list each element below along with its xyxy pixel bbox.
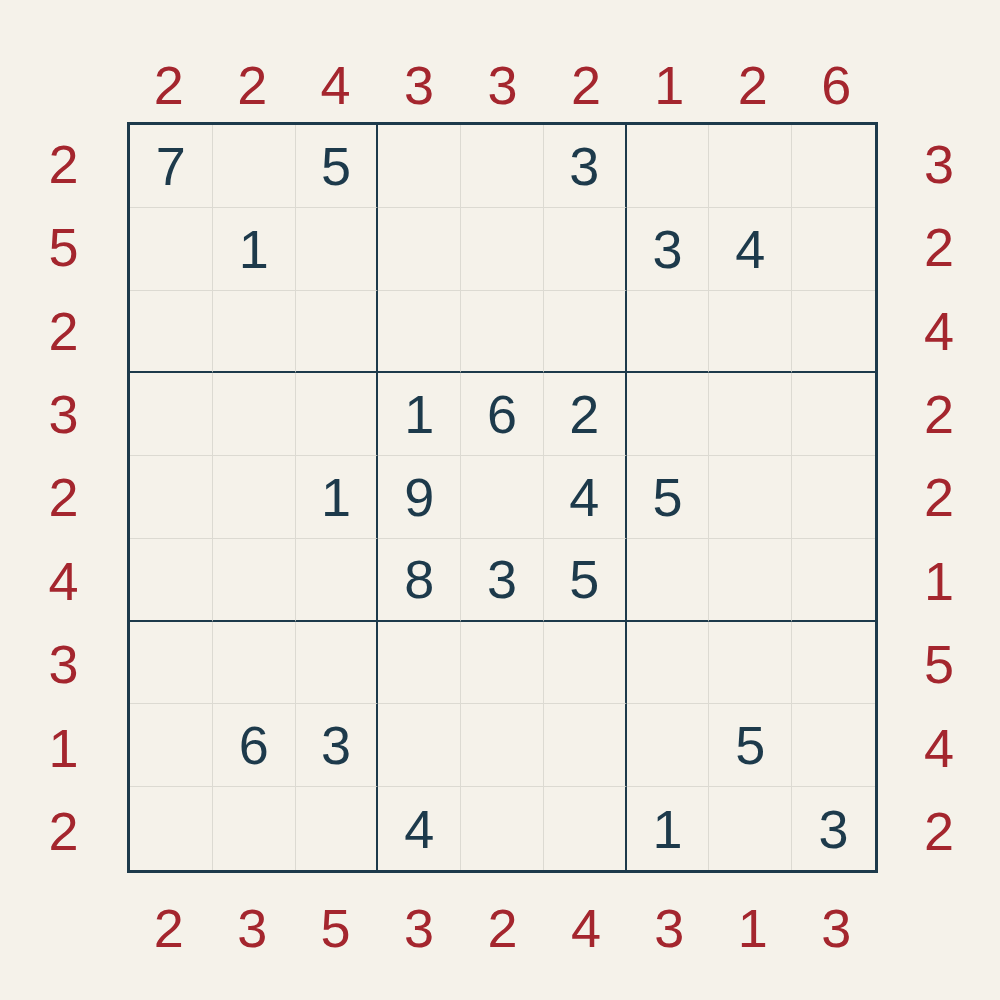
cell-r1c1[interactable]: 7 — [130, 125, 213, 208]
cell-r3c7[interactable] — [627, 291, 710, 374]
clue-bottom-1: 2 — [127, 901, 210, 955]
cell-r2c6[interactable] — [544, 208, 627, 291]
cell-r5c1[interactable] — [130, 456, 213, 539]
cell-r6c2[interactable] — [213, 539, 296, 622]
clue-top-3: 4 — [294, 58, 377, 112]
cell-r7c9[interactable] — [792, 622, 875, 705]
clue-top-8: 2 — [711, 58, 794, 112]
cell-r1c9[interactable] — [792, 125, 875, 208]
clue-right-1: 3 — [878, 122, 1000, 205]
cell-r6c7[interactable] — [627, 539, 710, 622]
sudoku-board: 7531341621945835635413 — [127, 122, 878, 873]
cell-r3c3[interactable] — [296, 291, 379, 374]
cell-r6c3[interactable] — [296, 539, 379, 622]
cell-r9c4[interactable]: 4 — [378, 787, 461, 870]
cell-r1c8[interactable] — [709, 125, 792, 208]
cell-r7c5[interactable] — [461, 622, 544, 705]
clue-bottom-5: 2 — [461, 901, 544, 955]
clue-top-5: 3 — [461, 58, 544, 112]
cell-r2c4[interactable] — [378, 208, 461, 291]
cell-r8c1[interactable] — [130, 704, 213, 787]
cell-r9c7[interactable]: 1 — [627, 787, 710, 870]
clues-right: 324221542 — [878, 122, 1000, 873]
cell-r9c9[interactable]: 3 — [792, 787, 875, 870]
cell-r1c6[interactable]: 3 — [544, 125, 627, 208]
cell-r4c1[interactable] — [130, 373, 213, 456]
cell-r7c3[interactable] — [296, 622, 379, 705]
cell-r8c6[interactable] — [544, 704, 627, 787]
cell-r7c8[interactable] — [709, 622, 792, 705]
cell-r7c1[interactable] — [130, 622, 213, 705]
clue-top-6: 2 — [544, 58, 627, 112]
clue-right-4: 2 — [878, 372, 1000, 455]
clue-top-9: 6 — [795, 58, 878, 112]
cell-r3c9[interactable] — [792, 291, 875, 374]
cell-r3c4[interactable] — [378, 291, 461, 374]
cell-r9c6[interactable] — [544, 787, 627, 870]
cell-r7c2[interactable] — [213, 622, 296, 705]
clue-left-8: 1 — [0, 706, 127, 789]
cell-r3c2[interactable] — [213, 291, 296, 374]
cell-r6c4[interactable]: 8 — [378, 539, 461, 622]
clue-left-3: 2 — [0, 289, 127, 372]
cell-r5c7[interactable]: 5 — [627, 456, 710, 539]
cell-r6c9[interactable] — [792, 539, 875, 622]
cell-r2c9[interactable] — [792, 208, 875, 291]
clue-left-4: 3 — [0, 372, 127, 455]
clue-right-3: 4 — [878, 289, 1000, 372]
cell-r1c7[interactable] — [627, 125, 710, 208]
cell-r8c5[interactable] — [461, 704, 544, 787]
cell-r2c8[interactable]: 4 — [709, 208, 792, 291]
clue-left-2: 5 — [0, 205, 127, 288]
cell-r9c8[interactable] — [709, 787, 792, 870]
cell-r8c9[interactable] — [792, 704, 875, 787]
cell-r9c1[interactable] — [130, 787, 213, 870]
cell-r3c1[interactable] — [130, 291, 213, 374]
clues-top: 224332126 — [127, 0, 878, 122]
cell-r1c4[interactable] — [378, 125, 461, 208]
cell-r8c4[interactable] — [378, 704, 461, 787]
cell-r4c7[interactable] — [627, 373, 710, 456]
clue-right-6: 1 — [878, 539, 1000, 622]
cell-r4c3[interactable] — [296, 373, 379, 456]
cell-r1c3[interactable]: 5 — [296, 125, 379, 208]
cell-r4c6[interactable]: 2 — [544, 373, 627, 456]
cell-r2c7[interactable]: 3 — [627, 208, 710, 291]
cell-r3c5[interactable] — [461, 291, 544, 374]
cell-r9c2[interactable] — [213, 787, 296, 870]
cell-r4c2[interactable] — [213, 373, 296, 456]
cell-r5c4[interactable]: 9 — [378, 456, 461, 539]
clue-bottom-9: 3 — [795, 901, 878, 955]
cell-r9c3[interactable] — [296, 787, 379, 870]
clue-bottom-8: 1 — [711, 901, 794, 955]
clue-bottom-2: 3 — [210, 901, 293, 955]
cell-r4c4[interactable]: 1 — [378, 373, 461, 456]
cell-r7c4[interactable] — [378, 622, 461, 705]
clue-right-2: 2 — [878, 205, 1000, 288]
clue-left-6: 4 — [0, 539, 127, 622]
clue-left-5: 2 — [0, 456, 127, 539]
cell-r1c5[interactable] — [461, 125, 544, 208]
cell-r6c1[interactable] — [130, 539, 213, 622]
cell-r8c7[interactable] — [627, 704, 710, 787]
cell-r8c3[interactable]: 3 — [296, 704, 379, 787]
cell-r5c8[interactable] — [709, 456, 792, 539]
cell-r8c8[interactable]: 5 — [709, 704, 792, 787]
puzzle-page: 224332126 252324312 75313416219458356354… — [0, 0, 1000, 1000]
cell-r6c8[interactable] — [709, 539, 792, 622]
cell-r3c8[interactable] — [709, 291, 792, 374]
cell-r6c6[interactable]: 5 — [544, 539, 627, 622]
clue-bottom-3: 5 — [294, 901, 377, 955]
cell-r7c7[interactable] — [627, 622, 710, 705]
cell-r3c6[interactable] — [544, 291, 627, 374]
cell-r9c5[interactable] — [461, 787, 544, 870]
clue-left-7: 3 — [0, 623, 127, 706]
cell-r1c2[interactable] — [213, 125, 296, 208]
cell-r2c5[interactable] — [461, 208, 544, 291]
clue-top-2: 2 — [210, 58, 293, 112]
cell-r5c2[interactable] — [213, 456, 296, 539]
clue-left-9: 2 — [0, 790, 127, 873]
clues-left: 252324312 — [0, 122, 127, 873]
clue-right-9: 2 — [878, 790, 1000, 873]
cell-r5c9[interactable] — [792, 456, 875, 539]
clue-top-1: 2 — [127, 58, 210, 112]
cell-r5c5[interactable] — [461, 456, 544, 539]
cell-r4c8[interactable] — [709, 373, 792, 456]
clue-top-7: 1 — [628, 58, 711, 112]
cell-r5c3[interactable]: 1 — [296, 456, 379, 539]
cell-r6c5[interactable]: 3 — [461, 539, 544, 622]
cell-r2c3[interactable] — [296, 208, 379, 291]
cell-r8c2[interactable]: 6 — [213, 704, 296, 787]
clue-left-1: 2 — [0, 122, 127, 205]
clue-right-8: 4 — [878, 706, 1000, 789]
cell-r2c1[interactable] — [130, 208, 213, 291]
clue-right-5: 2 — [878, 456, 1000, 539]
clue-top-4: 3 — [377, 58, 460, 112]
clue-bottom-7: 3 — [628, 901, 711, 955]
clues-bottom: 235324313 — [127, 873, 878, 1000]
clue-bottom-6: 4 — [544, 901, 627, 955]
clue-right-7: 5 — [878, 623, 1000, 706]
cell-r7c6[interactable] — [544, 622, 627, 705]
cell-r4c5[interactable]: 6 — [461, 373, 544, 456]
cell-r4c9[interactable] — [792, 373, 875, 456]
cell-r5c6[interactable]: 4 — [544, 456, 627, 539]
cell-r2c2[interactable]: 1 — [213, 208, 296, 291]
clue-bottom-4: 3 — [377, 901, 460, 955]
